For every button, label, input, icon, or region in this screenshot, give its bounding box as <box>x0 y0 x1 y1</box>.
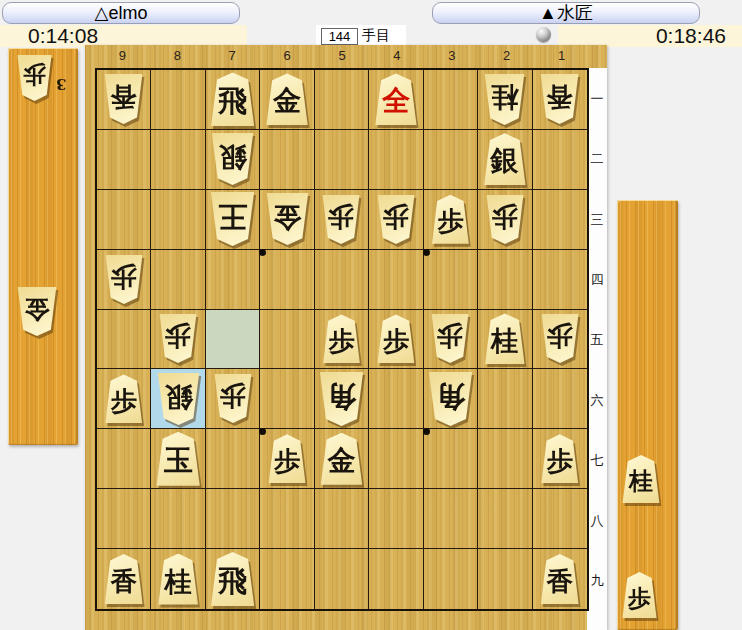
file-label-8: 8 <box>150 46 205 66</box>
square-3六[interactable]: 角 <box>424 369 478 429</box>
square-4二[interactable] <box>369 130 423 190</box>
square-9六[interactable]: 歩 <box>97 369 151 429</box>
gote-king[interactable]: 王 <box>209 192 256 246</box>
sente-rook[interactable]: 飛 <box>209 552 256 606</box>
gote-hand-gold[interactable]: 金 <box>16 287 58 336</box>
gote-knight-glyph: 桂 <box>491 84 518 111</box>
square-1八[interactable] <box>533 489 587 549</box>
square-1七[interactable]: 歩 <box>533 429 587 489</box>
star-point <box>423 249 430 256</box>
sente-gold-glyph: 金 <box>273 87 301 115</box>
sente-king[interactable]: 玉 <box>155 432 202 486</box>
move-suffix-label: 手目 <box>362 27 390 45</box>
gote-lance[interactable]: 香 <box>539 74 580 124</box>
file-label-7: 7 <box>205 46 260 66</box>
gote-silver-glyph: 銀 <box>164 383 192 411</box>
gote-captured-stand: 歩3金 <box>8 48 78 445</box>
sente-rook[interactable]: 飛 <box>209 72 256 126</box>
gote-bishop-glyph: 角 <box>327 382 356 411</box>
square-2三[interactable]: 歩 <box>478 190 532 250</box>
sente-promoted-silver[interactable]: 全 <box>373 73 418 125</box>
square-6四[interactable] <box>260 250 314 310</box>
gote-knight[interactable]: 桂 <box>483 74 526 125</box>
sente-pawn[interactable]: 歩 <box>104 374 144 423</box>
square-8七[interactable]: 玉 <box>151 429 205 489</box>
sente-rook-glyph: 飛 <box>218 567 247 596</box>
sente-clock: 0:18:46 <box>558 25 742 47</box>
square-8六[interactable]: 銀 <box>151 369 205 429</box>
gote-gold-glyph: 金 <box>25 297 50 322</box>
sente-hand-pawn[interactable]: 歩 <box>621 572 658 618</box>
square-9三[interactable] <box>97 190 151 250</box>
square-2八[interactable] <box>478 489 532 549</box>
move-counter: 144 手目 <box>316 25 406 47</box>
square-4八[interactable] <box>369 489 423 549</box>
square-6三[interactable]: 金 <box>260 190 314 250</box>
square-7四[interactable] <box>206 250 260 310</box>
sente-pawn[interactable]: 歩 <box>267 434 307 483</box>
rank-label-2: 二 <box>587 150 607 168</box>
square-5六[interactable]: 角 <box>315 369 369 429</box>
sente-knight-glyph: 桂 <box>629 469 653 493</box>
sente-pawn-glyph: 歩 <box>437 208 463 234</box>
rank-label-9: 九 <box>587 572 607 590</box>
gote-silver[interactable]: 銀 <box>156 373 201 425</box>
square-2六[interactable] <box>478 369 532 429</box>
file-label-6: 6 <box>260 46 315 66</box>
rank-label-7: 七 <box>587 452 607 470</box>
gote-bishop-glyph: 角 <box>436 382 465 411</box>
gote-name: △elmo <box>95 2 148 24</box>
square-5一[interactable] <box>315 70 369 130</box>
file-labels: 987654321 <box>95 46 589 66</box>
square-3四[interactable] <box>424 250 478 310</box>
sente-pawn-glyph: 歩 <box>328 328 354 354</box>
square-4五[interactable]: 歩 <box>369 310 423 370</box>
rank-labels: 一二三四五六七八九 <box>587 68 607 630</box>
square-6五[interactable] <box>260 310 314 370</box>
square-3二[interactable] <box>424 130 478 190</box>
square-2二[interactable]: 銀 <box>478 130 532 190</box>
gote-pawn-glyph: 歩 <box>328 204 354 230</box>
square-6一[interactable]: 金 <box>260 70 314 130</box>
gote-pawn-glyph: 歩 <box>547 324 573 350</box>
sente-gold-glyph: 金 <box>327 447 355 475</box>
square-7二[interactable]: 銀 <box>206 130 260 190</box>
sente-gold[interactable]: 金 <box>265 73 310 125</box>
square-8八[interactable] <box>151 489 205 549</box>
square-5二[interactable] <box>315 130 369 190</box>
sente-nameplate: ▲水匠 <box>432 2 700 24</box>
gote-gold-glyph: 金 <box>273 203 301 231</box>
gote-pawn[interactable]: 歩 <box>104 255 144 304</box>
gote-silver[interactable]: 銀 <box>210 133 255 185</box>
rank-label-8: 八 <box>587 512 607 530</box>
sente-captured-stand: 桂歩 <box>617 200 678 630</box>
gote-pawn-glyph: 歩 <box>492 204 518 230</box>
gote-pawn[interactable]: 歩 <box>376 195 416 244</box>
gote-pawn[interactable]: 歩 <box>158 314 198 363</box>
sente-pawn[interactable]: 歩 <box>321 314 361 363</box>
sente-rook-glyph: 飛 <box>218 87 247 116</box>
square-3七[interactable] <box>424 429 478 489</box>
gote-pawn-glyph: 歩 <box>383 204 409 230</box>
star-point <box>423 428 430 435</box>
square-4七[interactable] <box>369 429 423 489</box>
square-1一[interactable]: 香 <box>533 70 587 130</box>
gote-nameplate: △elmo <box>2 2 240 24</box>
sente-pawn-glyph: 歩 <box>628 586 651 609</box>
square-7九[interactable]: 飛 <box>206 549 260 609</box>
star-point <box>259 249 266 256</box>
sente-name: ▲水匠 <box>539 1 593 25</box>
square-5九[interactable] <box>315 549 369 609</box>
square-4六[interactable] <box>369 369 423 429</box>
sente-pawn-glyph: 歩 <box>274 448 300 474</box>
square-5四[interactable] <box>315 250 369 310</box>
move-number-box: 144 <box>321 28 358 45</box>
rank-label-5: 五 <box>587 331 607 349</box>
square-4四[interactable] <box>369 250 423 310</box>
square-4三[interactable]: 歩 <box>369 190 423 250</box>
square-7五[interactable] <box>206 310 260 370</box>
file-label-9: 9 <box>95 46 150 66</box>
sente-pawn[interactable]: 歩 <box>540 434 580 483</box>
sente-silver-glyph: 銀 <box>491 147 519 175</box>
square-2一[interactable]: 桂 <box>478 70 532 130</box>
square-9二[interactable] <box>97 130 151 190</box>
square-6九[interactable] <box>260 549 314 609</box>
square-7八[interactable] <box>206 489 260 549</box>
shogi-board: 987654321 一二三四五六七八九 香飛金全桂香銀銀王金歩歩歩歩歩歩歩歩歩桂… <box>85 45 607 630</box>
gote-bishop[interactable]: 角 <box>427 372 474 426</box>
square-6七[interactable]: 歩 <box>260 429 314 489</box>
square-9七[interactable] <box>97 429 151 489</box>
square-1六[interactable] <box>533 369 587 429</box>
square-5七[interactable]: 金 <box>315 429 369 489</box>
square-1五[interactable]: 歩 <box>533 310 587 370</box>
square-1二[interactable] <box>533 130 587 190</box>
sente-knight[interactable]: 桂 <box>157 554 200 605</box>
gote-hand-pawn[interactable]: 歩 <box>16 55 53 101</box>
square-3三[interactable]: 歩 <box>424 190 478 250</box>
square-7三[interactable]: 王 <box>206 190 260 250</box>
square-8一[interactable] <box>151 70 205 130</box>
rank-label-6: 六 <box>587 392 607 410</box>
square-7六[interactable]: 歩 <box>206 369 260 429</box>
square-3一[interactable] <box>424 70 478 130</box>
square-5八[interactable] <box>315 489 369 549</box>
sente-gold[interactable]: 金 <box>319 433 364 485</box>
square-5五[interactable]: 歩 <box>315 310 369 370</box>
file-label-5: 5 <box>315 46 370 66</box>
sente-pawn-glyph: 歩 <box>111 388 137 414</box>
file-label-4: 4 <box>369 46 424 66</box>
gote-pawn[interactable]: 歩 <box>430 314 470 363</box>
square-7一[interactable]: 飛 <box>206 70 260 130</box>
gote-king-glyph: 王 <box>218 203 247 232</box>
square-8四[interactable] <box>151 250 205 310</box>
rank-label-3: 三 <box>587 211 607 229</box>
sente-promoted-silver-glyph: 全 <box>382 87 410 115</box>
gote-pawn[interactable]: 歩 <box>485 195 525 244</box>
square-2五[interactable]: 桂 <box>478 310 532 370</box>
square-9四[interactable]: 歩 <box>97 250 151 310</box>
sente-pawn-glyph: 歩 <box>383 328 409 354</box>
turn-indicator-ball-icon <box>536 27 551 42</box>
gote-pawn-glyph: 歩 <box>23 65 46 88</box>
file-label-3: 3 <box>424 46 479 66</box>
gote-pawn[interactable]: 歩 <box>540 314 580 363</box>
square-9八[interactable] <box>97 489 151 549</box>
rank-label-4: 四 <box>587 271 607 289</box>
sente-knight-glyph: 桂 <box>165 568 192 595</box>
square-6二[interactable] <box>260 130 314 190</box>
sente-lance[interactable]: 香 <box>103 554 144 604</box>
square-8九[interactable]: 桂 <box>151 549 205 609</box>
gote-lance[interactable]: 香 <box>103 74 144 124</box>
square-6六[interactable] <box>260 369 314 429</box>
square-8三[interactable] <box>151 190 205 250</box>
shogi-app-window: △elmo ▲水匠 0:14:08 0:18:46 144 手目 歩3金 987… <box>0 0 742 630</box>
board-grid: 香飛金全桂香銀銀王金歩歩歩歩歩歩歩歩歩桂歩歩銀歩角角玉歩金歩香桂飛香 <box>95 68 589 611</box>
file-label-2: 2 <box>479 46 534 66</box>
square-1九[interactable]: 香 <box>533 549 587 609</box>
gote-lance-glyph: 香 <box>111 84 137 110</box>
square-7七[interactable] <box>206 429 260 489</box>
square-8五[interactable]: 歩 <box>151 310 205 370</box>
gote-pawn-glyph: 歩 <box>220 384 246 410</box>
sente-king-glyph: 玉 <box>164 446 193 475</box>
star-point <box>259 428 266 435</box>
gote-bishop[interactable]: 角 <box>318 372 365 426</box>
sente-pawn[interactable]: 歩 <box>376 314 416 363</box>
sente-clock-time: 0:18:46 <box>656 24 726 48</box>
gote-hand-pawn-count: 3 <box>56 75 66 93</box>
gote-pawn[interactable]: 歩 <box>213 374 253 423</box>
move-number: 144 <box>329 29 351 44</box>
square-9一[interactable]: 香 <box>97 70 151 130</box>
square-6八[interactable] <box>260 489 314 549</box>
sente-knight-glyph: 桂 <box>491 327 518 354</box>
square-4九[interactable] <box>369 549 423 609</box>
square-9九[interactable]: 香 <box>97 549 151 609</box>
sente-silver[interactable]: 銀 <box>482 133 527 185</box>
square-2七[interactable] <box>478 429 532 489</box>
sente-pawn-glyph: 歩 <box>547 448 573 474</box>
gote-pawn-glyph: 歩 <box>165 324 191 350</box>
square-9五[interactable] <box>97 310 151 370</box>
gote-clock: 0:14:08 <box>0 25 247 47</box>
sente-pawn[interactable]: 歩 <box>430 195 470 244</box>
square-2九[interactable] <box>478 549 532 609</box>
sente-lance-glyph: 香 <box>111 568 137 594</box>
square-1三[interactable] <box>533 190 587 250</box>
square-5三[interactable]: 歩 <box>315 190 369 250</box>
rank-label-1: 一 <box>587 90 607 108</box>
sente-knight[interactable]: 桂 <box>483 313 526 364</box>
gote-pawn-glyph: 歩 <box>437 324 463 350</box>
square-3九[interactable] <box>424 549 478 609</box>
square-2四[interactable] <box>478 250 532 310</box>
sente-hand-knight[interactable]: 桂 <box>621 455 661 503</box>
gote-gold[interactable]: 金 <box>265 193 310 245</box>
square-8二[interactable] <box>151 130 205 190</box>
gote-pawn-glyph: 歩 <box>111 264 137 290</box>
square-3八[interactable] <box>424 489 478 549</box>
square-3五[interactable]: 歩 <box>424 310 478 370</box>
square-1四[interactable] <box>533 250 587 310</box>
sente-lance-glyph: 香 <box>547 568 573 594</box>
sente-lance[interactable]: 香 <box>539 554 580 604</box>
gote-pawn[interactable]: 歩 <box>321 195 361 244</box>
gote-silver-glyph: 銀 <box>219 143 247 171</box>
gote-lance-glyph: 香 <box>547 84 573 110</box>
file-label-1: 1 <box>534 46 589 66</box>
square-4一[interactable]: 全 <box>369 70 423 130</box>
